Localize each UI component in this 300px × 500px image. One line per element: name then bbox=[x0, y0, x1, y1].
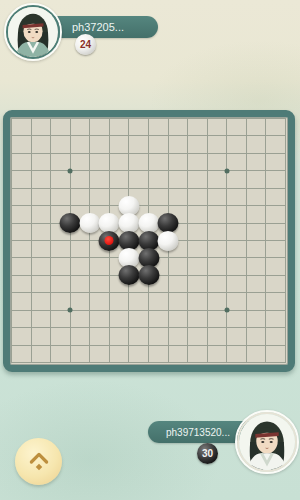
board-cell[interactable] bbox=[51, 171, 71, 188]
board-cell[interactable] bbox=[12, 346, 32, 363]
board-cell[interactable] bbox=[110, 293, 130, 310]
board-cell[interactable] bbox=[188, 311, 208, 328]
board-cell[interactable] bbox=[247, 346, 267, 363]
board-cell[interactable] bbox=[32, 119, 52, 136]
board-cell[interactable] bbox=[188, 258, 208, 275]
board-cell[interactable] bbox=[51, 346, 71, 363]
board-cell[interactable] bbox=[51, 136, 71, 153]
board-cell[interactable] bbox=[266, 206, 286, 223]
board-cell[interactable] bbox=[90, 276, 110, 293]
board-cell[interactable] bbox=[110, 311, 130, 328]
board-cell[interactable] bbox=[266, 224, 286, 241]
board-cell[interactable] bbox=[169, 206, 189, 223]
board-cell[interactable] bbox=[32, 311, 52, 328]
board-cell[interactable] bbox=[149, 206, 169, 223]
board-cell[interactable] bbox=[129, 311, 149, 328]
board-cell[interactable] bbox=[188, 119, 208, 136]
board-cell[interactable] bbox=[149, 311, 169, 328]
board-cell[interactable] bbox=[266, 311, 286, 328]
board-cell[interactable] bbox=[71, 241, 91, 258]
board-cell[interactable] bbox=[110, 241, 130, 258]
avatar-portrait bbox=[6, 5, 60, 59]
board-cell[interactable] bbox=[51, 311, 71, 328]
board-cell[interactable] bbox=[32, 293, 52, 310]
board-cell[interactable] bbox=[110, 346, 130, 363]
chevron-up-diamond-icon bbox=[26, 449, 52, 475]
board-cell[interactable] bbox=[227, 189, 247, 206]
board-cell[interactable] bbox=[32, 241, 52, 258]
board-cell[interactable] bbox=[90, 311, 110, 328]
board-cell[interactable] bbox=[188, 241, 208, 258]
board-cell[interactable] bbox=[149, 293, 169, 310]
board-cell[interactable] bbox=[129, 206, 149, 223]
board-cell[interactable] bbox=[169, 346, 189, 363]
board-cell[interactable] bbox=[51, 119, 71, 136]
board-cell[interactable] bbox=[247, 311, 267, 328]
board-cell[interactable] bbox=[51, 293, 71, 310]
board-cell[interactable] bbox=[149, 276, 169, 293]
player-bottom-stone-badge: 30 bbox=[197, 443, 218, 464]
board-cell[interactable] bbox=[110, 171, 130, 188]
board-cell[interactable] bbox=[71, 224, 91, 241]
board-cell[interactable] bbox=[188, 206, 208, 223]
board-cell[interactable] bbox=[208, 154, 228, 171]
board-cell[interactable] bbox=[12, 189, 32, 206]
game-screen: ph37205... bbox=[0, 0, 300, 500]
board-cell[interactable] bbox=[188, 154, 208, 171]
board-cell[interactable] bbox=[188, 224, 208, 241]
board-cell[interactable] bbox=[32, 276, 52, 293]
board-cell[interactable] bbox=[247, 136, 267, 153]
board-cell[interactable] bbox=[12, 136, 32, 153]
board-cell[interactable] bbox=[227, 241, 247, 258]
board-cell[interactable] bbox=[188, 276, 208, 293]
board-cell[interactable] bbox=[129, 258, 149, 275]
board-cell[interactable] bbox=[90, 346, 110, 363]
board-cell[interactable] bbox=[169, 136, 189, 153]
board-cell[interactable] bbox=[90, 171, 110, 188]
board-cell[interactable] bbox=[71, 171, 91, 188]
player-top-name: ph37205... bbox=[72, 21, 124, 33]
board-cell[interactable] bbox=[129, 346, 149, 363]
board-cell[interactable] bbox=[129, 136, 149, 153]
board-cell[interactable] bbox=[149, 171, 169, 188]
board-cell[interactable] bbox=[12, 293, 32, 310]
board-cell[interactable] bbox=[90, 328, 110, 345]
player-top-stone-badge: 24 bbox=[75, 34, 96, 55]
board-cell[interactable] bbox=[266, 346, 286, 363]
board-cell[interactable] bbox=[169, 189, 189, 206]
board-cell[interactable] bbox=[71, 154, 91, 171]
board-cell[interactable] bbox=[12, 154, 32, 171]
player-bottom-badge-count: 30 bbox=[202, 448, 213, 459]
board-cell[interactable] bbox=[208, 293, 228, 310]
board-cell[interactable] bbox=[149, 241, 169, 258]
board-cell[interactable] bbox=[169, 154, 189, 171]
board-cell[interactable] bbox=[266, 241, 286, 258]
board-cell[interactable] bbox=[71, 136, 91, 153]
board-cell[interactable] bbox=[129, 224, 149, 241]
board-cell[interactable] bbox=[90, 258, 110, 275]
board-cell[interactable] bbox=[71, 328, 91, 345]
board-cell[interactable] bbox=[110, 136, 130, 153]
board-cell[interactable] bbox=[266, 154, 286, 171]
board-cell[interactable] bbox=[12, 258, 32, 275]
board-cell[interactable] bbox=[247, 206, 267, 223]
board-cell[interactable] bbox=[71, 346, 91, 363]
avatar-art-icon bbox=[239, 414, 295, 470]
board-cell[interactable] bbox=[12, 311, 32, 328]
board-cell[interactable] bbox=[169, 241, 189, 258]
board-cell[interactable] bbox=[247, 189, 267, 206]
board-cell[interactable] bbox=[247, 224, 267, 241]
board-cell[interactable] bbox=[208, 241, 228, 258]
board-cell[interactable] bbox=[110, 206, 130, 223]
board-cell[interactable] bbox=[208, 346, 228, 363]
board-cell[interactable] bbox=[227, 206, 247, 223]
board-cell[interactable] bbox=[169, 119, 189, 136]
board-cell[interactable] bbox=[32, 258, 52, 275]
board-cell[interactable] bbox=[129, 276, 149, 293]
board-cell[interactable] bbox=[110, 189, 130, 206]
board-cell[interactable] bbox=[247, 154, 267, 171]
board-cell[interactable] bbox=[51, 241, 71, 258]
board-cell[interactable] bbox=[227, 311, 247, 328]
board-cell[interactable] bbox=[227, 328, 247, 345]
board-cell[interactable] bbox=[169, 311, 189, 328]
board-cell[interactable] bbox=[32, 224, 52, 241]
board-cell[interactable] bbox=[32, 171, 52, 188]
board-cell[interactable] bbox=[71, 119, 91, 136]
avatar-art-icon bbox=[8, 7, 58, 57]
board-cell[interactable] bbox=[169, 224, 189, 241]
board-cell[interactable] bbox=[149, 136, 169, 153]
board-cell[interactable] bbox=[208, 276, 228, 293]
board-cell[interactable] bbox=[71, 258, 91, 275]
board-cell[interactable] bbox=[188, 171, 208, 188]
board-cell[interactable] bbox=[90, 293, 110, 310]
board-cell[interactable] bbox=[90, 224, 110, 241]
board-cell[interactable] bbox=[129, 171, 149, 188]
board-cell[interactable] bbox=[188, 136, 208, 153]
board-cell[interactable] bbox=[266, 119, 286, 136]
board-cell[interactable] bbox=[32, 136, 52, 153]
board-cell[interactable] bbox=[247, 276, 267, 293]
board-cell[interactable] bbox=[208, 224, 228, 241]
board-cell[interactable] bbox=[227, 224, 247, 241]
board-cell[interactable] bbox=[169, 328, 189, 345]
board-cell[interactable] bbox=[129, 119, 149, 136]
board-cell[interactable] bbox=[12, 206, 32, 223]
board-cell[interactable] bbox=[110, 224, 130, 241]
board-cell[interactable] bbox=[208, 328, 228, 345]
board-cell[interactable] bbox=[32, 189, 52, 206]
board-cell[interactable] bbox=[266, 293, 286, 310]
board-cell[interactable] bbox=[12, 171, 32, 188]
board-cell[interactable] bbox=[110, 276, 130, 293]
board-cell[interactable] bbox=[227, 276, 247, 293]
board-cell[interactable] bbox=[12, 276, 32, 293]
board-cell[interactable] bbox=[188, 328, 208, 345]
player-top-avatar bbox=[4, 3, 62, 61]
board-inner bbox=[10, 117, 288, 365]
board-cell[interactable] bbox=[247, 293, 267, 310]
board-cell[interactable] bbox=[71, 206, 91, 223]
board-cell[interactable] bbox=[208, 119, 228, 136]
board-cell[interactable] bbox=[90, 154, 110, 171]
board-cell[interactable] bbox=[208, 311, 228, 328]
board-cell[interactable] bbox=[51, 328, 71, 345]
board-grid bbox=[11, 118, 286, 363]
board-cell[interactable] bbox=[71, 189, 91, 206]
board-cell[interactable] bbox=[12, 119, 32, 136]
board-cell[interactable] bbox=[110, 328, 130, 345]
board-cell[interactable] bbox=[71, 293, 91, 310]
board-cell[interactable] bbox=[32, 346, 52, 363]
board-cell[interactable] bbox=[208, 258, 228, 275]
board-cell[interactable] bbox=[129, 241, 149, 258]
board-cell[interactable] bbox=[169, 258, 189, 275]
board-cell[interactable] bbox=[51, 154, 71, 171]
board bbox=[3, 110, 295, 372]
board-cell[interactable] bbox=[149, 328, 169, 345]
board-cell[interactable] bbox=[32, 206, 52, 223]
board-cell[interactable] bbox=[51, 206, 71, 223]
board-cell[interactable] bbox=[90, 136, 110, 153]
board-cell[interactable] bbox=[266, 258, 286, 275]
board-cell[interactable] bbox=[188, 293, 208, 310]
board-cell[interactable] bbox=[51, 276, 71, 293]
board-cell[interactable] bbox=[188, 189, 208, 206]
board-cell[interactable] bbox=[266, 171, 286, 188]
board-cell[interactable] bbox=[266, 189, 286, 206]
board-cell[interactable] bbox=[149, 224, 169, 241]
board-cell[interactable] bbox=[169, 293, 189, 310]
board-cell[interactable] bbox=[149, 189, 169, 206]
board-cell[interactable] bbox=[266, 328, 286, 345]
board-cell[interactable] bbox=[247, 119, 267, 136]
board-cell[interactable] bbox=[169, 171, 189, 188]
board-cell[interactable] bbox=[32, 328, 52, 345]
board-cell[interactable] bbox=[247, 171, 267, 188]
board-cell[interactable] bbox=[227, 258, 247, 275]
board-cell[interactable] bbox=[227, 171, 247, 188]
board-cell[interactable] bbox=[149, 154, 169, 171]
board-cell[interactable] bbox=[247, 258, 267, 275]
board-cell[interactable] bbox=[149, 258, 169, 275]
board-cell[interactable] bbox=[266, 136, 286, 153]
board-cell[interactable] bbox=[71, 276, 91, 293]
board-cell[interactable] bbox=[32, 154, 52, 171]
player-bottom-name: ph39713520... bbox=[166, 427, 230, 438]
board-cell[interactable] bbox=[90, 206, 110, 223]
menu-button[interactable] bbox=[15, 438, 62, 485]
board-cell[interactable] bbox=[208, 136, 228, 153]
board-cell[interactable] bbox=[227, 119, 247, 136]
avatar-portrait bbox=[237, 412, 297, 472]
board-cell[interactable] bbox=[227, 293, 247, 310]
board-cell[interactable] bbox=[90, 119, 110, 136]
board-cell[interactable] bbox=[110, 119, 130, 136]
board-cell[interactable] bbox=[110, 154, 130, 171]
board-cell[interactable] bbox=[90, 241, 110, 258]
board-cell[interactable] bbox=[129, 328, 149, 345]
board-cell[interactable] bbox=[208, 189, 228, 206]
board-cell[interactable] bbox=[110, 258, 130, 275]
board-cell[interactable] bbox=[188, 346, 208, 363]
player-top-badge-count: 24 bbox=[80, 39, 91, 50]
board-cell[interactable] bbox=[169, 276, 189, 293]
board-cell[interactable] bbox=[12, 224, 32, 241]
player-bottom-avatar bbox=[235, 410, 299, 474]
board-cell[interactable] bbox=[12, 328, 32, 345]
board-cell[interactable] bbox=[90, 189, 110, 206]
board-cell[interactable] bbox=[149, 346, 169, 363]
board-cell[interactable] bbox=[149, 119, 169, 136]
board-cell[interactable] bbox=[208, 206, 228, 223]
board-cell[interactable] bbox=[247, 241, 267, 258]
board-cell[interactable] bbox=[227, 154, 247, 171]
board-cell[interactable] bbox=[71, 311, 91, 328]
board-cell[interactable] bbox=[51, 258, 71, 275]
board-cell[interactable] bbox=[129, 189, 149, 206]
board-cell[interactable] bbox=[227, 136, 247, 153]
board-cell[interactable] bbox=[208, 171, 228, 188]
board-cell[interactable] bbox=[129, 154, 149, 171]
board-cell[interactable] bbox=[51, 189, 71, 206]
board-cell[interactable] bbox=[266, 276, 286, 293]
board-cell[interactable] bbox=[129, 293, 149, 310]
board-cell[interactable] bbox=[227, 346, 247, 363]
board-cell[interactable] bbox=[12, 241, 32, 258]
board-cell[interactable] bbox=[247, 328, 267, 345]
board-cell[interactable] bbox=[51, 224, 71, 241]
